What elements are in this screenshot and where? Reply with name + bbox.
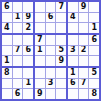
given-cell-r1c1: 6 [2,2,12,12]
empty-cell-r9c6[interactable] [56,89,66,99]
box-2-3: 632 [68,35,99,66]
empty-cell-r7c4[interactable] [35,68,45,78]
given-cell-r4c9: 6 [89,35,99,45]
empty-cell-r4c6[interactable] [56,35,66,45]
empty-cell-r4c1[interactable] [2,35,12,45]
given-cell-r3c9: 1 [89,23,99,33]
given-cell-r4c4: 7 [35,35,45,45]
given-cell-r6c1: 1 [2,56,12,66]
box-3-3: 15678 [68,68,99,99]
empty-cell-r9c7[interactable] [68,89,78,99]
empty-cell-r9c3[interactable] [23,89,33,99]
given-cell-r7c7: 1 [68,68,78,78]
empty-cell-r5c1[interactable] [2,46,12,56]
empty-cell-r4c2[interactable] [13,35,23,45]
given-cell-r9c2: 6 [13,89,23,99]
empty-cell-r4c7[interactable] [68,35,78,45]
empty-cell-r8c2[interactable] [13,79,23,89]
box-1-2: 76 [35,2,66,33]
box-3-2: 39 [35,68,66,99]
empty-cell-r3c2[interactable] [13,23,23,33]
given-cell-r6c6: 9 [56,56,66,66]
given-cell-r1c6: 7 [56,2,66,12]
given-cell-r8c5: 3 [46,79,56,89]
given-cell-r7c9: 5 [89,68,99,78]
empty-cell-r2c4[interactable] [35,13,45,23]
empty-cell-r1c5[interactable] [46,2,56,12]
given-cell-r2c3: 9 [23,13,33,23]
given-cell-r5c7: 3 [68,46,78,56]
empty-cell-r1c3[interactable] [23,2,33,12]
given-cell-r5c8: 2 [79,46,89,56]
empty-cell-r6c7[interactable] [68,56,78,66]
empty-cell-r8c6[interactable] [56,79,66,89]
empty-cell-r9c5[interactable] [46,89,56,99]
given-cell-r3c3: 2 [23,23,33,33]
empty-cell-r8c4[interactable] [35,79,45,89]
empty-cell-r6c9[interactable] [89,56,99,66]
empty-cell-r5c9[interactable] [89,46,99,56]
empty-cell-r7c8[interactable] [79,68,89,78]
given-cell-r5c3: 6 [23,46,33,56]
empty-cell-r9c1[interactable] [2,89,12,99]
empty-cell-r4c8[interactable] [79,35,89,45]
empty-cell-r1c7[interactable] [68,2,78,12]
empty-cell-r4c5[interactable] [46,35,56,45]
empty-cell-r7c6[interactable] [56,68,66,78]
given-cell-r8c3: 1 [23,79,33,89]
given-cell-r1c8: 9 [79,2,89,12]
empty-cell-r1c2[interactable] [13,2,23,12]
empty-cell-r5c5[interactable] [46,46,56,56]
empty-cell-r6c3[interactable] [23,56,33,66]
box-1-1: 61942 [2,2,33,33]
empty-cell-r6c2[interactable] [13,56,23,66]
empty-cell-r3c5[interactable] [46,23,56,33]
empty-cell-r7c2[interactable] [13,68,23,78]
empty-cell-r2c1[interactable] [2,13,12,23]
box-2-2: 7159 [35,35,66,66]
given-cell-r8c8: 7 [79,79,89,89]
given-cell-r5c2: 7 [13,46,23,56]
given-cell-r2c5: 6 [46,13,56,23]
empty-cell-r3c7[interactable] [68,23,78,33]
given-cell-r8c7: 6 [68,79,78,89]
given-cell-r3c1: 4 [2,23,12,33]
empty-cell-r2c6[interactable] [56,13,66,23]
box-2-1: 761 [2,35,33,66]
empty-cell-r6c5[interactable] [46,56,56,66]
empty-cell-r1c4[interactable] [35,2,45,12]
given-cell-r9c9: 8 [89,89,99,99]
given-cell-r2c2: 1 [13,13,23,23]
sudoku-board: 619427694176171596328163915678 [0,0,101,101]
box-3-1: 816 [2,68,33,99]
given-cell-r9c4: 9 [35,89,45,99]
empty-cell-r8c1[interactable] [2,79,12,89]
empty-cell-r1c9[interactable] [89,2,99,12]
empty-cell-r2c9[interactable] [89,13,99,23]
empty-cell-r8c9[interactable] [89,79,99,89]
empty-cell-r3c4[interactable] [35,23,45,33]
given-cell-r7c1: 8 [2,68,12,78]
box-1-3: 941 [68,2,99,33]
empty-cell-r7c3[interactable] [23,68,33,78]
empty-cell-r9c8[interactable] [79,89,89,99]
empty-cell-r3c8[interactable] [79,23,89,33]
empty-cell-r7c5[interactable] [46,68,56,78]
empty-cell-r6c8[interactable] [79,56,89,66]
empty-cell-r2c8[interactable] [79,13,89,23]
empty-cell-r3c6[interactable] [56,23,66,33]
given-cell-r5c6: 5 [56,46,66,56]
empty-cell-r4c3[interactable] [23,35,33,45]
empty-cell-r6c4[interactable] [35,56,45,66]
given-cell-r5c4: 1 [35,46,45,56]
given-cell-r2c7: 4 [68,13,78,23]
